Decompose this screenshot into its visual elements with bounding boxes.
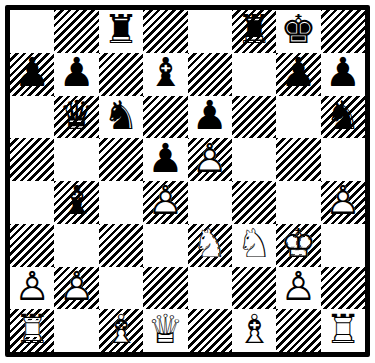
piece-glyph: ♗: [103, 309, 139, 349]
square-c7: [99, 53, 143, 96]
square-b8: [54, 10, 98, 53]
square-h6: ♞: [321, 96, 365, 139]
black-bishop: ♝: [143, 53, 187, 96]
square-c4: [99, 181, 143, 224]
white-pawn: ♟♙: [143, 181, 187, 224]
square-a7: ♟: [10, 53, 54, 96]
piece-glyph: ♜: [103, 10, 139, 50]
square-b6: ♛: [54, 96, 98, 139]
piece-glyph: ♟: [192, 96, 228, 136]
black-pawn: ♟: [54, 53, 98, 96]
piece-glyph: ♖: [325, 309, 361, 349]
square-h1: ♜♖: [321, 309, 365, 352]
square-c8: ♜: [99, 10, 143, 53]
white-pawn: ♟♙: [54, 267, 98, 310]
piece-glyph: ♝: [59, 181, 95, 221]
square-a4: [10, 181, 54, 224]
black-bishop: ♝: [54, 181, 98, 224]
piece-glyph: ♚: [281, 10, 317, 50]
square-f8: ♜: [232, 10, 276, 53]
black-pawn: ♟: [188, 96, 232, 139]
white-pawn: ♟♙: [188, 138, 232, 181]
black-pawn: ♟: [321, 53, 365, 96]
square-b2: ♟♙: [54, 267, 98, 310]
square-c5: [99, 138, 143, 181]
square-d4: ♟♙: [143, 181, 187, 224]
piece-glyph: ♟: [14, 53, 50, 93]
piece-glyph: ♟: [59, 53, 95, 93]
square-c2: [99, 267, 143, 310]
chess-board: ♜♜♚♟♟♝♟♟♛♞♟♞♟♟♙♝♟♙♟♙♞♘♞♘♚♔♟♙♟♙♟♙♜♖♝♗♛♕♝♗…: [10, 10, 365, 352]
square-c3: [99, 224, 143, 267]
white-bishop: ♝♗: [99, 309, 143, 352]
square-g4: [276, 181, 320, 224]
black-pawn: ♟: [276, 53, 320, 96]
square-h7: ♟: [321, 53, 365, 96]
square-b1: [54, 309, 98, 352]
square-f6: [232, 96, 276, 139]
square-h2: [321, 267, 365, 310]
square-f4: [232, 181, 276, 224]
square-e4: [188, 181, 232, 224]
black-queen: ♛: [54, 96, 98, 139]
square-e6: ♟: [188, 96, 232, 139]
black-pawn: ♟: [143, 138, 187, 181]
white-king: ♚♔: [276, 224, 320, 267]
square-d5: ♟: [143, 138, 187, 181]
square-a2: ♟♙: [10, 267, 54, 310]
piece-glyph: ♛: [59, 96, 95, 136]
square-h3: [321, 224, 365, 267]
square-c6: ♞: [99, 96, 143, 139]
piece-glyph: ♙: [325, 181, 361, 221]
square-d3: [143, 224, 187, 267]
square-g8: ♚: [276, 10, 320, 53]
black-rook: ♜: [232, 10, 276, 53]
square-c1: ♝♗: [99, 309, 143, 352]
square-e7: [188, 53, 232, 96]
square-h8: [321, 10, 365, 53]
piece-glyph: ♟: [147, 138, 183, 178]
white-rook: ♜♖: [321, 309, 365, 352]
black-rook: ♜: [99, 10, 143, 53]
piece-glyph: ♙: [147, 181, 183, 221]
white-pawn: ♟♙: [10, 267, 54, 310]
piece-glyph: ♕: [147, 309, 183, 349]
piece-glyph: ♙: [14, 267, 50, 307]
piece-glyph: ♗: [236, 309, 272, 349]
piece-glyph: ♙: [59, 267, 95, 307]
square-a3: [10, 224, 54, 267]
square-f2: [232, 267, 276, 310]
square-h4: ♟♙: [321, 181, 365, 224]
piece-glyph: ♟: [325, 53, 361, 93]
black-pawn: ♟: [10, 53, 54, 96]
black-king: ♚: [276, 10, 320, 53]
square-g1: [276, 309, 320, 352]
square-d7: ♝: [143, 53, 187, 96]
piece-glyph: ♝: [147, 53, 183, 93]
piece-glyph: ♞: [103, 96, 139, 136]
piece-glyph: ♔: [281, 224, 317, 264]
square-f3: ♞♘: [232, 224, 276, 267]
square-e8: [188, 10, 232, 53]
square-e1: [188, 309, 232, 352]
white-rook: ♜♖: [10, 309, 54, 352]
square-b7: ♟: [54, 53, 98, 96]
square-d2: [143, 267, 187, 310]
white-pawn: ♟♙: [321, 181, 365, 224]
black-knight: ♞: [99, 96, 143, 139]
piece-glyph: ♙: [192, 138, 228, 178]
white-queen: ♛♕: [143, 309, 187, 352]
square-g6: [276, 96, 320, 139]
square-a5: [10, 138, 54, 181]
piece-glyph: ♖: [14, 309, 50, 349]
white-bishop: ♝♗: [232, 309, 276, 352]
square-b5: [54, 138, 98, 181]
square-e5: ♟♙: [188, 138, 232, 181]
square-g3: ♚♔: [276, 224, 320, 267]
piece-glyph: ♟: [281, 53, 317, 93]
piece-glyph: ♞: [325, 96, 361, 136]
piece-glyph: ♙: [281, 267, 317, 307]
square-d8: [143, 10, 187, 53]
square-a6: [10, 96, 54, 139]
square-f7: [232, 53, 276, 96]
square-a8: [10, 10, 54, 53]
square-g7: ♟: [276, 53, 320, 96]
white-knight: ♞♘: [188, 224, 232, 267]
square-g5: [276, 138, 320, 181]
square-d1: ♛♕: [143, 309, 187, 352]
square-b4: ♝: [54, 181, 98, 224]
square-d6: [143, 96, 187, 139]
square-e2: [188, 267, 232, 310]
white-pawn: ♟♙: [276, 267, 320, 310]
square-f1: ♝♗: [232, 309, 276, 352]
square-f5: [232, 138, 276, 181]
chess-diagram-frame: ♜♜♚♟♟♝♟♟♛♞♟♞♟♟♙♝♟♙♟♙♞♘♞♘♚♔♟♙♟♙♟♙♜♖♝♗♛♕♝♗…: [5, 5, 370, 357]
white-knight: ♞♘: [232, 224, 276, 267]
square-g2: ♟♙: [276, 267, 320, 310]
piece-glyph: ♘: [236, 224, 272, 264]
square-h5: [321, 138, 365, 181]
square-a1: ♜♖: [10, 309, 54, 352]
piece-glyph: ♜: [236, 10, 272, 50]
square-b3: [54, 224, 98, 267]
piece-glyph: ♘: [192, 224, 228, 264]
black-knight: ♞: [321, 96, 365, 139]
square-e3: ♞♘: [188, 224, 232, 267]
